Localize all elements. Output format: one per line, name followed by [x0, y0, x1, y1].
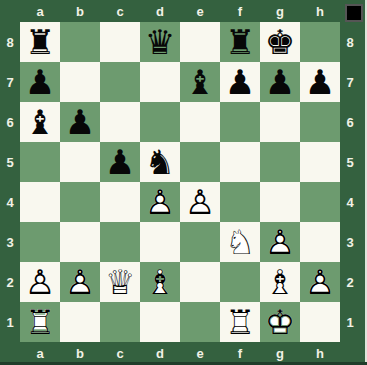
white-pawn-outline: ♙	[140, 182, 180, 222]
piece-white-pawn[interactable]: ♟♙	[140, 182, 180, 222]
square-e8[interactable]	[180, 22, 220, 62]
rank-label-3: 3	[340, 222, 360, 262]
piece-white-pawn[interactable]: ♟♙	[20, 262, 60, 302]
rank-label-4: 4	[0, 182, 20, 222]
square-g2[interactable]: ♝♗	[260, 262, 300, 302]
rank-label-4: 4	[340, 182, 360, 222]
rank-label-5: 5	[0, 142, 20, 182]
piece-black-bishop[interactable]: ♝	[180, 62, 220, 102]
square-g1[interactable]: ♚♔	[260, 302, 300, 342]
piece-white-pawn[interactable]: ♟♙	[300, 262, 340, 302]
white-pawn-outline: ♙	[60, 262, 100, 302]
square-g7[interactable]: ♟	[260, 62, 300, 102]
white-rook-outline: ♖	[20, 302, 60, 342]
square-e4[interactable]: ♟♙	[180, 182, 220, 222]
square-e5[interactable]	[180, 142, 220, 182]
rank-label-5: 5	[340, 142, 360, 182]
square-a7[interactable]: ♟	[20, 62, 60, 102]
square-b5[interactable]	[60, 142, 100, 182]
rank-label-6: 6	[0, 102, 20, 142]
square-h5[interactable]	[300, 142, 340, 182]
rank-label-1: 1	[340, 302, 360, 342]
square-g3[interactable]: ♟♙	[260, 222, 300, 262]
chess-diagram: abcdefgh 87654321 87654321 abcdefgh ♜♛♜♚…	[0, 0, 367, 365]
rank-label-2: 2	[340, 262, 360, 302]
square-f2[interactable]	[220, 262, 260, 302]
piece-black-pawn[interactable]: ♟	[20, 62, 60, 102]
square-e2[interactable]	[180, 262, 220, 302]
square-h7[interactable]: ♟	[300, 62, 340, 102]
piece-black-rook[interactable]: ♜	[220, 22, 260, 62]
square-d6[interactable]	[140, 102, 180, 142]
file-label-e: e	[180, 0, 220, 22]
rank-label-3: 3	[0, 222, 20, 262]
piece-black-bishop[interactable]: ♝	[20, 102, 60, 142]
white-pawn-outline: ♙	[260, 222, 300, 262]
rank-label-2: 2	[0, 262, 20, 302]
rank-labels-left: 87654321	[0, 22, 20, 342]
square-a5[interactable]	[20, 142, 60, 182]
square-a4[interactable]	[20, 182, 60, 222]
square-a3[interactable]	[20, 222, 60, 262]
file-label-h: h	[300, 0, 340, 22]
rank-label-6: 6	[340, 102, 360, 142]
square-f5[interactable]	[220, 142, 260, 182]
white-king-outline: ♔	[260, 302, 300, 342]
square-c2[interactable]: ♛♕	[100, 262, 140, 302]
chess-board: ♜♛♜♚♟♝♟♟♟♝♟♟♞♟♙♟♙♞♘♟♙♟♙♟♙♛♕♝♗♝♗♟♙♜♖♜♖♚♔	[20, 22, 340, 342]
square-c4[interactable]	[100, 182, 140, 222]
square-c3[interactable]	[100, 222, 140, 262]
file-label-d: d	[140, 0, 180, 22]
white-queen-outline: ♕	[100, 262, 140, 302]
piece-white-knight[interactable]: ♞♘	[220, 222, 260, 262]
piece-black-rook[interactable]: ♜	[20, 22, 60, 62]
white-pawn-outline: ♙	[300, 262, 340, 302]
square-d3[interactable]	[140, 222, 180, 262]
rank-label-7: 7	[340, 62, 360, 102]
white-bishop-outline: ♗	[140, 262, 180, 302]
rank-label-1: 1	[0, 302, 20, 342]
square-a6[interactable]: ♝	[20, 102, 60, 142]
white-pawn-outline: ♙	[20, 262, 60, 302]
piece-white-pawn[interactable]: ♟♙	[180, 182, 220, 222]
square-b4[interactable]	[60, 182, 100, 222]
square-b6[interactable]: ♟	[60, 102, 100, 142]
square-h6[interactable]	[300, 102, 340, 142]
square-b1[interactable]	[60, 302, 100, 342]
piece-black-pawn[interactable]: ♟	[60, 102, 100, 142]
square-e3[interactable]	[180, 222, 220, 262]
file-label-c: c	[100, 0, 140, 22]
square-f4[interactable]	[220, 182, 260, 222]
square-g5[interactable]	[260, 142, 300, 182]
square-d4[interactable]: ♟♙	[140, 182, 180, 222]
square-h8[interactable]	[300, 22, 340, 62]
square-c1[interactable]	[100, 302, 140, 342]
square-h3[interactable]	[300, 222, 340, 262]
square-a8[interactable]: ♜	[20, 22, 60, 62]
square-c6[interactable]	[100, 102, 140, 142]
piece-black-pawn[interactable]: ♟	[300, 62, 340, 102]
square-h2[interactable]: ♟♙	[300, 262, 340, 302]
piece-black-queen[interactable]: ♛	[140, 22, 180, 62]
file-label-f: f	[220, 0, 260, 22]
white-bishop-outline: ♗	[260, 262, 300, 302]
square-c8[interactable]	[100, 22, 140, 62]
rank-label-7: 7	[0, 62, 20, 102]
rank-label-8: 8	[0, 22, 20, 62]
piece-white-rook[interactable]: ♜♖	[220, 302, 260, 342]
square-b2[interactable]: ♟♙	[60, 262, 100, 302]
piece-black-pawn[interactable]: ♟	[220, 62, 260, 102]
piece-white-bishop[interactable]: ♝♗	[260, 262, 300, 302]
square-f8[interactable]: ♜	[220, 22, 260, 62]
square-h4[interactable]	[300, 182, 340, 222]
square-g6[interactable]	[260, 102, 300, 142]
square-e1[interactable]	[180, 302, 220, 342]
square-f7[interactable]: ♟	[220, 62, 260, 102]
piece-white-king[interactable]: ♚♔	[260, 302, 300, 342]
square-b8[interactable]	[60, 22, 100, 62]
square-d8[interactable]: ♛	[140, 22, 180, 62]
file-label-a: a	[20, 0, 60, 22]
piece-black-pawn[interactable]: ♟	[260, 62, 300, 102]
piece-black-knight[interactable]: ♞	[140, 142, 180, 182]
square-c5[interactable]: ♟	[100, 142, 140, 182]
file-label-b: b	[60, 0, 100, 22]
square-d7[interactable]	[140, 62, 180, 102]
square-c7[interactable]	[100, 62, 140, 102]
square-d2[interactable]: ♝♗	[140, 262, 180, 302]
white-rook-outline: ♖	[220, 302, 260, 342]
piece-white-bishop[interactable]: ♝♗	[140, 262, 180, 302]
piece-black-king[interactable]: ♚	[260, 22, 300, 62]
white-pawn-outline: ♙	[180, 182, 220, 222]
square-g8[interactable]: ♚	[260, 22, 300, 62]
square-f3[interactable]: ♞♘	[220, 222, 260, 262]
rank-labels-right: 87654321	[340, 22, 360, 342]
square-g4[interactable]	[260, 182, 300, 222]
square-a1[interactable]: ♜♖	[20, 302, 60, 342]
file-labels-top: abcdefgh	[20, 0, 340, 22]
square-e7[interactable]: ♝	[180, 62, 220, 102]
side-to-move-indicator	[345, 4, 363, 22]
square-h1[interactable]	[300, 302, 340, 342]
piece-white-rook[interactable]: ♜♖	[20, 302, 60, 342]
square-d1[interactable]	[140, 302, 180, 342]
file-label-g: g	[260, 0, 300, 22]
square-f6[interactable]	[220, 102, 260, 142]
piece-black-pawn[interactable]: ♟	[100, 142, 140, 182]
square-e6[interactable]	[180, 102, 220, 142]
rank-label-8: 8	[340, 22, 360, 62]
square-b7[interactable]	[60, 62, 100, 102]
piece-white-queen[interactable]: ♛♕	[100, 262, 140, 302]
square-a2[interactable]: ♟♙	[20, 262, 60, 302]
piece-white-pawn[interactable]: ♟♙	[60, 262, 100, 302]
square-f1[interactable]: ♜♖	[220, 302, 260, 342]
square-d5[interactable]: ♞	[140, 142, 180, 182]
square-b3[interactable]	[60, 222, 100, 262]
white-knight-outline: ♘	[220, 222, 260, 262]
piece-white-pawn[interactable]: ♟♙	[260, 222, 300, 262]
